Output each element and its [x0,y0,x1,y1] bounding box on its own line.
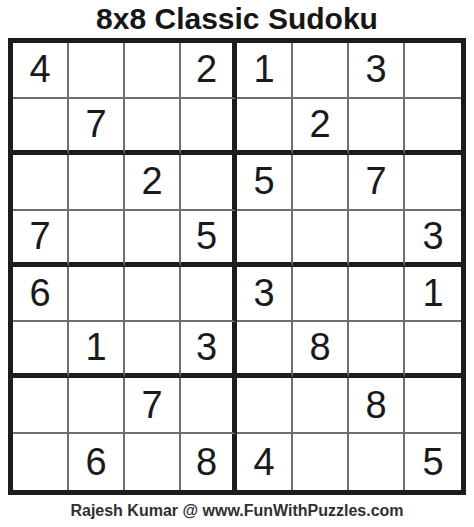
sudoku-cell-given: 2 [293,99,349,155]
sudoku-cell-empty[interactable] [181,267,237,323]
sudoku-cell-empty[interactable] [405,43,461,99]
sudoku-cell-empty[interactable] [293,211,349,267]
sudoku-cell-given: 8 [181,434,237,490]
sudoku-board-container: 421372257753631138786845 [8,38,466,495]
sudoku-cell-empty[interactable] [69,267,125,323]
sudoku-cell-given: 6 [13,267,69,323]
sudoku-cell-empty[interactable] [13,434,69,490]
sudoku-cell-given: 5 [237,155,293,211]
sudoku-board: 421372257753631138786845 [8,38,466,495]
sudoku-cell-empty[interactable] [293,434,349,490]
sudoku-cell-empty[interactable] [181,155,237,211]
sudoku-cell-given: 3 [405,211,461,267]
sudoku-cell-given: 8 [349,378,405,434]
sudoku-cell-empty[interactable] [405,322,461,378]
page-title: 8x8 Classic Sudoku [0,0,474,37]
sudoku-cell-given: 7 [349,155,405,211]
sudoku-cell-empty[interactable] [349,99,405,155]
sudoku-cell-empty[interactable] [405,99,461,155]
sudoku-cell-given: 7 [69,99,125,155]
sudoku-cell-given: 7 [125,378,181,434]
sudoku-cell-given: 5 [405,434,461,490]
sudoku-cell-given: 3 [349,43,405,99]
sudoku-cell-given: 2 [181,43,237,99]
sudoku-cell-given: 1 [69,322,125,378]
sudoku-cell-empty[interactable] [349,322,405,378]
sudoku-cell-given: 4 [13,43,69,99]
sudoku-cell-empty[interactable] [293,155,349,211]
sudoku-cell-empty[interactable] [237,322,293,378]
sudoku-cell-empty[interactable] [13,322,69,378]
sudoku-cell-given: 5 [181,211,237,267]
sudoku-cell-empty[interactable] [349,211,405,267]
sudoku-cell-given: 4 [237,434,293,490]
sudoku-cell-given: 3 [181,322,237,378]
sudoku-cell-empty[interactable] [69,43,125,99]
author-credit: Rajesh Kumar @ www.FunWithPuzzles.com [0,502,474,520]
sudoku-cell-given: 3 [237,267,293,323]
sudoku-cell-empty[interactable] [349,267,405,323]
sudoku-cell-empty[interactable] [13,155,69,211]
sudoku-cell-empty[interactable] [293,267,349,323]
sudoku-cell-empty[interactable] [69,211,125,267]
sudoku-cell-empty[interactable] [125,43,181,99]
sudoku-cell-empty[interactable] [293,43,349,99]
sudoku-cell-given: 6 [69,434,125,490]
sudoku-cell-empty[interactable] [125,322,181,378]
sudoku-cell-empty[interactable] [237,378,293,434]
sudoku-cell-given: 7 [13,211,69,267]
sudoku-cell-empty[interactable] [237,99,293,155]
sudoku-cell-empty[interactable] [349,434,405,490]
sudoku-cell-empty[interactable] [69,155,125,211]
sudoku-cell-empty[interactable] [125,434,181,490]
sudoku-cell-empty[interactable] [125,211,181,267]
sudoku-cell-empty[interactable] [125,99,181,155]
sudoku-cell-empty[interactable] [181,378,237,434]
sudoku-cell-empty[interactable] [237,211,293,267]
sudoku-cell-empty[interactable] [69,378,125,434]
sudoku-cell-given: 1 [237,43,293,99]
sudoku-cell-empty[interactable] [405,155,461,211]
sudoku-cell-empty[interactable] [181,99,237,155]
sudoku-cell-given: 1 [405,267,461,323]
sudoku-cell-given: 8 [293,322,349,378]
sudoku-cell-empty[interactable] [13,99,69,155]
sudoku-cell-empty[interactable] [13,378,69,434]
sudoku-cell-given: 2 [125,155,181,211]
sudoku-cell-empty[interactable] [125,267,181,323]
sudoku-cell-empty[interactable] [405,378,461,434]
sudoku-cell-empty[interactable] [293,378,349,434]
